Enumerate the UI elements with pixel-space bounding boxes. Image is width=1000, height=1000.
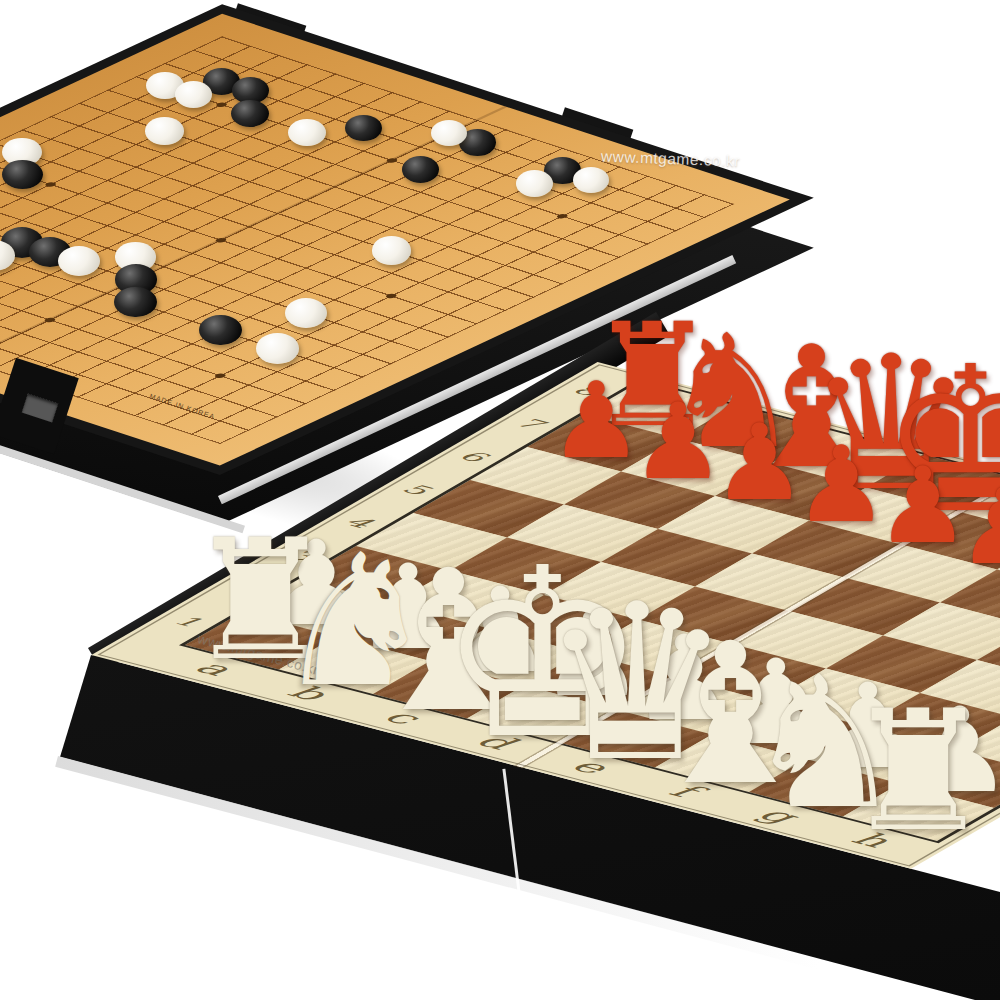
- black-go-stone: [199, 315, 242, 346]
- black-go-stone: [2, 160, 43, 189]
- go-star-point: [555, 213, 570, 219]
- go-star-point: [384, 293, 399, 299]
- red-pawn-a7: ♟: [549, 368, 643, 473]
- red-pawn-b7: ♟: [631, 389, 725, 494]
- white-go-stone: [516, 170, 553, 197]
- red-pawn-c7: ♟: [712, 410, 806, 515]
- black-go-stone: [114, 287, 157, 318]
- white-go-stone: [372, 236, 412, 264]
- go-star-point: [213, 373, 228, 379]
- black-go-stone: [402, 156, 440, 183]
- product-photo-two-board-games: MADE IN KOREA www.mtgame.co.kr 87654321 …: [0, 0, 1000, 1000]
- white-go-stone: [285, 298, 327, 328]
- white-go-stone: [58, 246, 100, 276]
- white-go-stone: [256, 333, 299, 364]
- black-go-stone: [231, 100, 269, 127]
- red-pawn-e7: ♟: [875, 453, 969, 558]
- white-go-stone: [288, 119, 326, 146]
- white-go-stone: [145, 117, 184, 145]
- go-star-point: [214, 102, 229, 108]
- red-pawn-d7: ♟: [794, 432, 888, 537]
- red-pawn-f7: ♟: [957, 474, 1000, 579]
- white-rook-h1: ♜: [844, 689, 993, 855]
- white-go-stone: [573, 167, 610, 193]
- go-star-point: [43, 181, 58, 187]
